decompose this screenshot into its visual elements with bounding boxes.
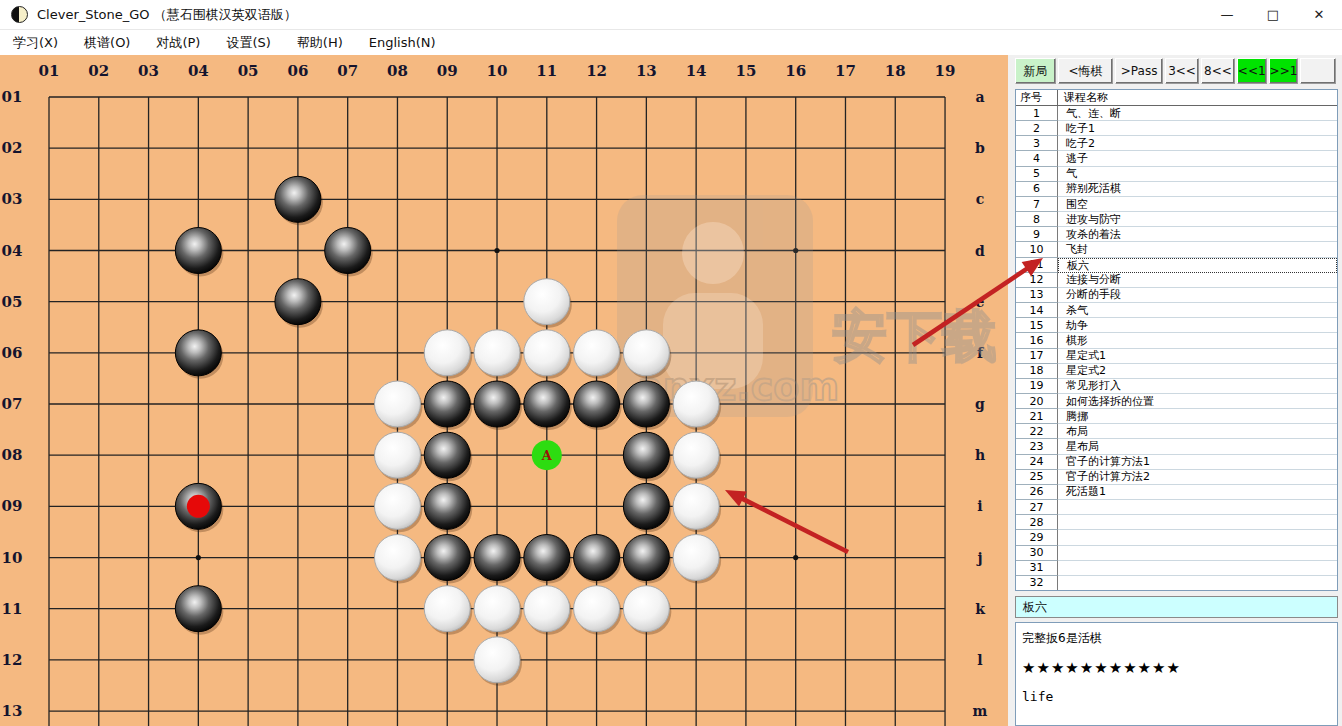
col-label-02: 02: [88, 62, 109, 80]
lesson-number: 32: [1016, 576, 1058, 591]
lesson-number: 24: [1016, 455, 1058, 470]
button-empty[interactable]: [1300, 58, 1336, 84]
letter-label-b: b: [975, 140, 985, 156]
lesson-name: 逃子: [1058, 151, 1337, 166]
letter-label-j: j: [975, 550, 982, 566]
window-controls: — □ ✕: [1204, 0, 1342, 29]
white-stone: [524, 586, 570, 632]
lesson-number: 31: [1016, 561, 1058, 576]
col-label-13: 13: [636, 62, 657, 80]
lesson-number: 11: [1016, 258, 1058, 273]
lesson-name: 吃子1: [1058, 121, 1337, 136]
letter-label-h: h: [975, 447, 985, 463]
lesson-name: 腾挪: [1058, 409, 1337, 424]
row-label-06: 06: [2, 344, 23, 362]
lesson-number: 17: [1016, 349, 1058, 364]
button-<<1[interactable]: <<1: [1237, 58, 1267, 84]
white-stone: [374, 483, 420, 529]
lesson-number: 10: [1016, 242, 1058, 257]
lesson-number: 4: [1016, 151, 1058, 166]
col-label-01: 01: [39, 62, 60, 80]
lesson-row-16[interactable]: 16棋形: [1016, 333, 1337, 348]
lesson-number: 27: [1016, 500, 1058, 515]
row-label-09: 09: [2, 497, 23, 515]
lesson-name: 辨别死活棋: [1058, 182, 1337, 197]
watermark: 安下载anxz.com: [617, 195, 997, 417]
lesson-number: 6: [1016, 182, 1058, 197]
lesson-row-3[interactable]: 3吃子2: [1016, 136, 1337, 151]
lesson-number: 7: [1016, 197, 1058, 212]
col-label-19: 19: [935, 62, 956, 80]
row-label-03: 03: [2, 190, 23, 208]
lesson-name: 分断的手段: [1058, 288, 1337, 303]
black-stone: [424, 535, 470, 581]
star-point: [793, 555, 798, 560]
lesson-number: 29: [1016, 530, 1058, 545]
lesson-number: 19: [1016, 379, 1058, 394]
lesson-number: 15: [1016, 318, 1058, 333]
lesson-name: [1058, 530, 1337, 545]
lesson-name: 吃子2: [1058, 136, 1337, 151]
minimize-button[interactable]: —: [1204, 0, 1250, 29]
lesson-number: 1: [1016, 106, 1058, 121]
lesson-name: 布局: [1058, 424, 1337, 439]
row-label-11: 11: [2, 600, 23, 618]
col-label-06: 06: [287, 62, 308, 80]
black-stone: [275, 279, 321, 325]
menu-bar: 学习(X)棋谱(O)对战(P)设置(S)帮助(H)English(N): [0, 30, 1342, 55]
lesson-number: 30: [1016, 546, 1058, 561]
black-stone: [175, 228, 221, 274]
col-label-11: 11: [536, 62, 557, 80]
letter-label-m: m: [973, 703, 988, 719]
close-button[interactable]: ✕: [1296, 0, 1342, 29]
lesson-name: [1058, 561, 1337, 576]
lesson-name: 官子的计算方法2: [1058, 470, 1337, 485]
lesson-name: 攻杀的着法: [1058, 227, 1337, 242]
lesson-row-11[interactable]: 11板六: [1016, 258, 1337, 273]
black-stone: [474, 381, 520, 427]
lesson-name: 杀气: [1058, 303, 1337, 318]
black-stone: [623, 483, 669, 529]
lesson-name: [1058, 515, 1337, 530]
column-header-name: 课程名称: [1058, 90, 1337, 105]
column-header-number: 序号: [1016, 90, 1058, 105]
menu-item-4[interactable]: 帮助(H): [284, 32, 356, 54]
lesson-number: 2: [1016, 121, 1058, 136]
black-stone: [175, 586, 221, 632]
lesson-row-7[interactable]: 7围空: [1016, 197, 1337, 212]
lesson-name: [1058, 576, 1337, 591]
lesson-table-header: 序号 课程名称: [1016, 90, 1337, 106]
col-label-15: 15: [735, 62, 756, 80]
lesson-row-13[interactable]: 13分断的手段: [1016, 288, 1337, 303]
lesson-row-12[interactable]: 12连接与分断: [1016, 273, 1337, 288]
menu-item-2[interactable]: 对战(P): [143, 32, 213, 54]
lesson-row-30[interactable]: 30: [1016, 546, 1337, 561]
white-stone: [374, 432, 420, 478]
lesson-row-15[interactable]: 15劫争: [1016, 318, 1337, 333]
col-label-10: 10: [487, 62, 508, 80]
lesson-number: 8: [1016, 212, 1058, 227]
letter-label-l: l: [977, 652, 982, 668]
lesson-name: 进攻与防守: [1058, 212, 1337, 227]
row-label-01: 01: [2, 88, 23, 106]
lesson-number: 14: [1016, 303, 1058, 318]
black-stone: [524, 535, 570, 581]
lesson-row-31[interactable]: 31: [1016, 561, 1337, 576]
black-stone: [574, 535, 620, 581]
lesson-name: 星布局: [1058, 439, 1337, 454]
lesson-name: 劫争: [1058, 318, 1337, 333]
col-label-04: 04: [188, 62, 209, 80]
col-label-08: 08: [387, 62, 408, 80]
lesson-name: 死活题1: [1058, 485, 1337, 500]
lesson-row-10[interactable]: 10飞封: [1016, 242, 1337, 257]
black-stone: [424, 381, 470, 427]
lesson-name: 官子的计算方法1: [1058, 455, 1337, 470]
lesson-name: [1058, 546, 1337, 561]
lesson-row-28[interactable]: 28: [1016, 515, 1337, 530]
row-label-13: 13: [2, 702, 23, 720]
menu-item-3[interactable]: 设置(S): [213, 32, 283, 54]
lesson-row-32[interactable]: 32: [1016, 576, 1337, 591]
menu-item-0[interactable]: 学习(X): [0, 32, 71, 54]
black-stone: [623, 381, 669, 427]
toolbar: 新局<悔棋>Pass3<<8<<<<1>>1: [1015, 58, 1338, 84]
row-label-10: 10: [2, 549, 23, 567]
go-board[interactable]: 0102030405060708091011121314151617181901…: [0, 55, 1008, 726]
lesson-name: 气、连、断: [1058, 106, 1337, 121]
row-label-02: 02: [2, 139, 23, 157]
col-label-17: 17: [835, 62, 856, 80]
col-label-12: 12: [586, 62, 607, 80]
lesson-row-4[interactable]: 4逃子: [1016, 151, 1337, 166]
button-新局[interactable]: 新局: [1015, 58, 1056, 84]
lesson-name: 板六: [1058, 258, 1337, 273]
white-stone: [524, 330, 570, 376]
lesson-number: 9: [1016, 227, 1058, 242]
lesson-number: 26: [1016, 485, 1058, 500]
white-stone: [673, 483, 719, 529]
lesson-row-8[interactable]: 8进攻与防守: [1016, 212, 1337, 227]
lesson-row-1[interactable]: 1气、连、断: [1016, 106, 1337, 121]
button->Pass[interactable]: >Pass: [1115, 58, 1163, 84]
lesson-row-6[interactable]: 6辨别死活棋: [1016, 182, 1337, 197]
white-stone: [374, 535, 420, 581]
row-label-07: 07: [2, 395, 23, 413]
button-3<<[interactable]: 3<<: [1165, 58, 1199, 84]
lesson-name: 如何选择拆的位置: [1058, 394, 1337, 409]
lesson-name: 飞封: [1058, 242, 1337, 257]
white-stone: [524, 279, 570, 325]
letter-label-d: d: [975, 243, 985, 259]
lesson-row-19[interactable]: 19常见形打入: [1016, 379, 1337, 394]
lesson-number: 25: [1016, 470, 1058, 485]
lesson-number: 18: [1016, 364, 1058, 379]
button-<悔棋[interactable]: <悔棋: [1058, 58, 1113, 84]
lesson-name: 气: [1058, 167, 1337, 182]
letter-label-k: k: [975, 601, 985, 617]
lesson-number: 22: [1016, 424, 1058, 439]
lesson-name: 星定式2: [1058, 364, 1337, 379]
lesson-row-26[interactable]: 26死活题1: [1016, 485, 1337, 500]
star-point: [494, 248, 499, 253]
go-board-panel[interactable]: 0102030405060708091011121314151617181901…: [0, 55, 1008, 726]
lesson-name: 围空: [1058, 197, 1337, 212]
white-stone: [623, 586, 669, 632]
lesson-number: 28: [1016, 515, 1058, 530]
menu-item-5[interactable]: English(N): [356, 33, 449, 52]
white-stone: [474, 586, 520, 632]
lesson-row-21[interactable]: 21腾挪: [1016, 409, 1337, 424]
marker-A-label: A: [541, 448, 553, 463]
white-stone: [574, 330, 620, 376]
lesson-number: 23: [1016, 439, 1058, 454]
row-label-08: 08: [2, 446, 23, 464]
lesson-row-22[interactable]: 22布局: [1016, 424, 1337, 439]
svg-text:安下载: 安下载: [832, 304, 997, 368]
col-label-07: 07: [337, 62, 358, 80]
black-stone: [574, 381, 620, 427]
white-stone: [623, 330, 669, 376]
white-stone: [424, 330, 470, 376]
white-stone: [474, 637, 520, 683]
black-stone: [275, 176, 321, 222]
white-stone: [574, 586, 620, 632]
lesson-row-14[interactable]: 14杀气: [1016, 303, 1337, 318]
lesson-number: 12: [1016, 273, 1058, 288]
black-stone: [325, 228, 371, 274]
black-stone: [623, 535, 669, 581]
col-label-03: 03: [138, 62, 159, 80]
col-label-14: 14: [686, 62, 707, 80]
black-stone: [424, 483, 470, 529]
app-window: Clever_Stone_GO （慧石围棋汉英双语版） — □ ✕ 学习(X)棋…: [0, 0, 1342, 726]
lesson-number: 5: [1016, 167, 1058, 182]
lesson-number: 3: [1016, 136, 1058, 151]
row-label-04: 04: [2, 242, 23, 260]
maximize-button[interactable]: □: [1250, 0, 1296, 29]
col-label-18: 18: [885, 62, 906, 80]
white-stone: [673, 381, 719, 427]
letter-label-g: g: [975, 396, 985, 412]
app-icon: [11, 6, 28, 23]
lesson-row-29[interactable]: 29: [1016, 530, 1337, 545]
lesson-number: 20: [1016, 394, 1058, 409]
col-label-09: 09: [437, 62, 458, 80]
white-stone: [474, 330, 520, 376]
row-label-12: 12: [2, 651, 23, 669]
letter-label-i: i: [977, 498, 982, 514]
letter-label-c: c: [976, 191, 985, 207]
col-label-05: 05: [238, 62, 259, 80]
lesson-number: 21: [1016, 409, 1058, 424]
white-stone: [424, 586, 470, 632]
lesson-row-17[interactable]: 17星定式1: [1016, 349, 1337, 364]
white-stone: [374, 381, 420, 427]
black-stone: [424, 432, 470, 478]
lesson-name: 棋形: [1058, 333, 1337, 348]
title-bar: Clever_Stone_GO （慧石围棋汉英双语版） — □ ✕: [0, 0, 1342, 30]
lesson-info-box: 完整扳6是活棋 ★★★★★★★★★★★ life: [1015, 622, 1338, 726]
black-stone: [175, 330, 221, 376]
lesson-row-24[interactable]: 24官子的计算方法1: [1016, 455, 1337, 470]
marker-red-dot: [187, 495, 210, 518]
black-stone: [474, 535, 520, 581]
black-stone: [623, 432, 669, 478]
lesson-rows: 1气、连、断2吃子13吃子24逃子5气6辨别死活棋7围空8进攻与防守9攻杀的着法…: [1016, 106, 1337, 591]
lesson-info-title: 板六: [1015, 596, 1338, 618]
menu-item-1[interactable]: 棋谱(O): [71, 32, 143, 54]
lesson-row-5[interactable]: 5气: [1016, 167, 1337, 182]
white-stone: [673, 432, 719, 478]
lesson-row-18[interactable]: 18星定式2: [1016, 364, 1337, 379]
lesson-description: 完整扳6是活棋: [1022, 630, 1331, 647]
lesson-row-2[interactable]: 2吃子1: [1016, 121, 1337, 136]
side-panel: 新局<悔棋>Pass3<<8<<<<1>>1 序号 课程名称 1气、连、断2吃子…: [1008, 55, 1342, 726]
lesson-number: 13: [1016, 288, 1058, 303]
star-point: [196, 555, 201, 560]
lesson-row-20[interactable]: 20如何选择拆的位置: [1016, 394, 1337, 409]
black-stone: [524, 381, 570, 427]
button-8<<[interactable]: 8<<: [1201, 58, 1235, 84]
letter-label-a: a: [975, 89, 984, 105]
lesson-table: 序号 课程名称 1气、连、断2吃子13吃子24逃子5气6辨别死活棋7围空8进攻与…: [1015, 89, 1338, 591]
row-label-05: 05: [2, 293, 23, 311]
lesson-name: [1058, 500, 1337, 515]
white-stone: [673, 535, 719, 581]
lesson-stars: ★★★★★★★★★★★: [1022, 659, 1331, 677]
lesson-row-25[interactable]: 25官子的计算方法2: [1016, 470, 1337, 485]
button->>1[interactable]: >>1: [1269, 58, 1299, 84]
window-title: Clever_Stone_GO （慧石围棋汉英双语版）: [37, 6, 297, 24]
lesson-number: 16: [1016, 333, 1058, 348]
lesson-row-9[interactable]: 9攻杀的着法: [1016, 227, 1337, 242]
lesson-row-27[interactable]: 27: [1016, 500, 1337, 515]
lesson-keyword: life: [1022, 689, 1331, 704]
lesson-name: 星定式1: [1058, 349, 1337, 364]
lesson-row-23[interactable]: 23星布局: [1016, 439, 1337, 454]
col-label-16: 16: [785, 62, 806, 80]
lesson-name: 常见形打入: [1058, 379, 1337, 394]
lesson-name: 连接与分断: [1058, 273, 1337, 288]
